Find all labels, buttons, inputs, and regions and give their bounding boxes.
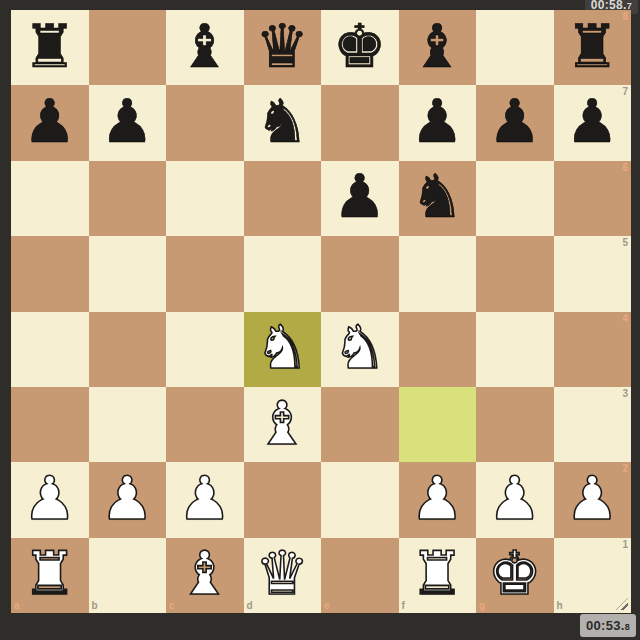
clock-white: 00:53.8: [580, 614, 636, 637]
square-g2[interactable]: ♟: [476, 462, 554, 537]
piece-white-rook[interactable]: ♜: [410, 543, 464, 603]
piece-white-rook[interactable]: ♜: [23, 543, 77, 603]
piece-black-rook[interactable]: ♜: [565, 16, 619, 76]
piece-black-knight[interactable]: ♞: [410, 166, 464, 226]
piece-white-pawn[interactable]: ♟: [178, 468, 232, 528]
square-c6[interactable]: [166, 161, 244, 236]
square-b3[interactable]: [89, 387, 167, 462]
square-e2[interactable]: [321, 462, 399, 537]
square-c2[interactable]: ♟: [166, 462, 244, 537]
square-d8[interactable]: ♛: [244, 10, 322, 85]
square-a1[interactable]: ♜a: [11, 538, 89, 613]
square-g4[interactable]: [476, 312, 554, 387]
square-a8[interactable]: ♜: [11, 10, 89, 85]
rank-label-4: 4: [622, 314, 628, 324]
square-d7[interactable]: ♞: [244, 85, 322, 160]
square-f7[interactable]: ♟: [399, 85, 477, 160]
piece-black-queen[interactable]: ♛: [255, 16, 309, 76]
piece-black-bishop[interactable]: ♝: [178, 16, 232, 76]
square-b7[interactable]: ♟: [89, 85, 167, 160]
square-e3[interactable]: [321, 387, 399, 462]
rank-label-8: 8: [622, 12, 628, 22]
square-d5[interactable]: [244, 236, 322, 311]
square-g5[interactable]: [476, 236, 554, 311]
square-e5[interactable]: [321, 236, 399, 311]
square-b1[interactable]: b: [89, 538, 167, 613]
piece-white-bishop[interactable]: ♝: [255, 393, 309, 453]
square-h5[interactable]: 5: [554, 236, 632, 311]
file-label-e: e: [324, 601, 330, 611]
piece-black-bishop[interactable]: ♝: [410, 16, 464, 76]
square-h3[interactable]: 3: [554, 387, 632, 462]
rank-label-5: 5: [622, 238, 628, 248]
square-a5[interactable]: [11, 236, 89, 311]
square-e8[interactable]: ♚: [321, 10, 399, 85]
square-a6[interactable]: [11, 161, 89, 236]
rank-label-2: 2: [622, 464, 628, 474]
rank-label-6: 6: [622, 163, 628, 173]
square-c4[interactable]: [166, 312, 244, 387]
square-a3[interactable]: [11, 387, 89, 462]
piece-black-pawn[interactable]: ♟: [100, 91, 154, 151]
square-g1[interactable]: ♚g: [476, 538, 554, 613]
square-a2[interactable]: ♟: [11, 462, 89, 537]
square-f5[interactable]: [399, 236, 477, 311]
square-h6[interactable]: 6: [554, 161, 632, 236]
square-b6[interactable]: [89, 161, 167, 236]
piece-white-queen[interactable]: ♛: [255, 543, 309, 603]
piece-white-bishop[interactable]: ♝: [178, 543, 232, 603]
file-label-d: d: [247, 601, 253, 611]
square-f2[interactable]: ♟: [399, 462, 477, 537]
piece-black-king[interactable]: ♚: [333, 16, 387, 76]
square-g7[interactable]: ♟: [476, 85, 554, 160]
piece-white-pawn[interactable]: ♟: [100, 468, 154, 528]
square-b2[interactable]: ♟: [89, 462, 167, 537]
file-label-h: h: [557, 601, 563, 611]
square-f4[interactable]: [399, 312, 477, 387]
square-a7[interactable]: ♟: [11, 85, 89, 160]
square-b8[interactable]: [89, 10, 167, 85]
square-d1[interactable]: ♛d: [244, 538, 322, 613]
file-label-g: g: [479, 601, 485, 611]
chess-board: ♜♝♛♚♝♜8♟♟♞♟♟♟7♟♞65♞♞4♝3♟♟♟♟♟♟2♜ab♝c♛de♜f…: [11, 10, 631, 613]
square-b5[interactable]: [89, 236, 167, 311]
square-g8[interactable]: [476, 10, 554, 85]
file-label-c: c: [169, 601, 175, 611]
square-d3[interactable]: ♝: [244, 387, 322, 462]
square-h4[interactable]: 4: [554, 312, 632, 387]
square-c5[interactable]: [166, 236, 244, 311]
piece-white-knight[interactable]: ♞: [333, 317, 387, 377]
clock-white-main: 00:53.: [586, 618, 625, 633]
piece-black-knight[interactable]: ♞: [255, 91, 309, 151]
rank-label-3: 3: [622, 389, 628, 399]
rank-label-1: 1: [622, 540, 628, 550]
square-f8[interactable]: ♝: [399, 10, 477, 85]
square-e7[interactable]: [321, 85, 399, 160]
clock-white-tenths: 8: [625, 622, 630, 632]
piece-black-rook[interactable]: ♜: [23, 16, 77, 76]
file-label-b: b: [92, 601, 98, 611]
piece-black-pawn[interactable]: ♟: [23, 91, 77, 151]
piece-white-knight[interactable]: ♞: [255, 317, 309, 377]
piece-white-pawn[interactable]: ♟: [23, 468, 77, 528]
piece-white-king[interactable]: ♚: [488, 543, 542, 603]
square-d6[interactable]: [244, 161, 322, 236]
piece-black-pawn[interactable]: ♟: [565, 91, 619, 151]
square-f3[interactable]: [399, 387, 477, 462]
square-c1[interactable]: ♝c: [166, 538, 244, 613]
square-h7[interactable]: ♟7: [554, 85, 632, 160]
square-b4[interactable]: [89, 312, 167, 387]
piece-black-pawn[interactable]: ♟: [410, 91, 464, 151]
square-h2[interactable]: ♟2: [554, 462, 632, 537]
piece-black-pawn[interactable]: ♟: [488, 91, 542, 151]
file-label-a: a: [14, 601, 20, 611]
square-c7[interactable]: [166, 85, 244, 160]
square-f1[interactable]: ♜f: [399, 538, 477, 613]
square-g3[interactable]: [476, 387, 554, 462]
square-e6[interactable]: ♟: [321, 161, 399, 236]
square-d4[interactable]: ♞: [244, 312, 322, 387]
square-d2[interactable]: [244, 462, 322, 537]
square-c3[interactable]: [166, 387, 244, 462]
square-h8[interactable]: ♜8: [554, 10, 632, 85]
piece-white-pawn[interactable]: ♟: [410, 468, 464, 528]
square-c8[interactable]: ♝: [166, 10, 244, 85]
file-label-f: f: [402, 601, 405, 611]
square-g6[interactable]: [476, 161, 554, 236]
piece-white-pawn[interactable]: ♟: [488, 468, 542, 528]
rank-label-7: 7: [622, 87, 628, 97]
square-h1[interactable]: 1h: [554, 538, 632, 613]
piece-black-pawn[interactable]: ♟: [333, 166, 387, 226]
piece-white-pawn[interactable]: ♟: [565, 468, 619, 528]
square-f6[interactable]: ♞: [399, 161, 477, 236]
square-e4[interactable]: ♞: [321, 312, 399, 387]
square-a4[interactable]: [11, 312, 89, 387]
square-e1[interactable]: e: [321, 538, 399, 613]
